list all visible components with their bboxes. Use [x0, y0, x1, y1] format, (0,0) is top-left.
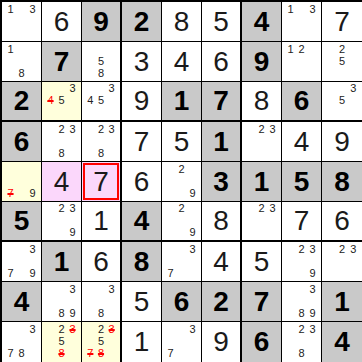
candidate-slot-empty [16, 15, 27, 27]
cell-r5c4[interactable]: 6 [122, 162, 162, 202]
given-digit: 8 [134, 248, 150, 276]
candidate-slot-empty [106, 307, 117, 319]
candidate-slot-empty [296, 27, 307, 39]
candidate-4: 4 [85, 95, 96, 107]
candidate-slot-empty [176, 348, 187, 360]
pencil-marks: 345 [42, 82, 81, 120]
cell-r5c3[interactable]: 7 [82, 162, 122, 202]
candidate-slot-empty [245, 215, 256, 227]
candidate-slot-empty [5, 243, 16, 255]
cell-r3c6[interactable]: 7 [202, 82, 242, 122]
candidate-slot-empty [96, 135, 107, 147]
candidate-slot-empty [336, 67, 347, 79]
candidate-slot-empty [245, 147, 256, 159]
candidate-5: 5 [336, 95, 347, 107]
cell-r2c6[interactable]: 6 [202, 42, 242, 82]
candidate-slot-empty [45, 323, 56, 335]
candidate-3: 3 [67, 123, 78, 135]
cell-r7c8[interactable]: 239 [282, 242, 322, 282]
cell-r6c9[interactable]: 6 [322, 202, 362, 242]
candidate-slot-empty [165, 255, 176, 267]
candidate-7-eliminated: 7 [5, 187, 16, 199]
candidate-slot-empty [296, 67, 307, 79]
given-digit: 5 [294, 168, 310, 196]
cell-r4c8[interactable]: 4 [282, 122, 322, 162]
cell-r5c8[interactable]: 5 [282, 162, 322, 202]
given-digit: 1 [54, 248, 70, 276]
candidate-2: 2 [56, 123, 67, 135]
cell-r2c9[interactable]: 25 [322, 42, 362, 82]
candidate-slot-empty [5, 163, 16, 175]
cell-r5c7[interactable]: 1 [242, 162, 282, 202]
candidate-slot-empty [325, 267, 336, 279]
pencil-marks: 2358 [42, 322, 81, 362]
candidate-slot-empty [5, 255, 16, 267]
cell-r9c9[interactable]: 4 [322, 322, 362, 362]
candidate-slot-empty [56, 135, 67, 147]
candidate-3: 3 [267, 123, 278, 135]
cell-r1c1[interactable]: 13 [2, 2, 42, 42]
candidate-slot-empty [56, 106, 67, 118]
candidate-7: 7 [165, 267, 176, 279]
candidate-2: 2 [176, 163, 187, 175]
cell-r7c7[interactable]: 5 [242, 242, 282, 282]
pencil-marks: 389 [282, 282, 321, 321]
cell-r4c9[interactable]: 9 [322, 122, 362, 162]
candidate-5: 5 [96, 95, 107, 107]
given-digit: 7 [254, 288, 270, 316]
cell-r3c4[interactable]: 9 [122, 82, 162, 122]
candidate-slot-empty [56, 226, 67, 238]
candidate-slot-empty [165, 215, 176, 227]
candidate-slot-empty [45, 307, 56, 319]
candidate-slot-empty [267, 135, 278, 147]
candidate-slot-empty [45, 123, 56, 135]
cell-r2c2[interactable]: 7 [42, 42, 82, 82]
candidate-slot-empty [285, 255, 296, 267]
candidate-2: 2 [176, 203, 187, 215]
cell-r2c7[interactable]: 9 [242, 42, 282, 82]
pencil-marks: 25 [322, 42, 362, 81]
cell-r5c5[interactable]: 29 [162, 162, 202, 202]
candidate-slot-empty [27, 255, 38, 267]
pencil-marks: 38 [82, 282, 120, 321]
candidate-slot-empty [307, 335, 318, 347]
pencil-marks: 13 [2, 2, 41, 41]
candidate-slot-empty [325, 55, 336, 67]
candidate-slot-empty [85, 283, 96, 295]
candidate-9: 9 [187, 226, 198, 238]
cell-r6c8[interactable]: 7 [282, 202, 322, 242]
pencil-marks: 29 [162, 202, 201, 240]
candidate-8: 8 [96, 147, 107, 159]
cell-r9c3[interactable]: 23578 [82, 322, 122, 362]
solved-digit: 1 [134, 328, 150, 356]
candidate-8: 8 [96, 307, 107, 319]
given-digit: 4 [334, 328, 350, 356]
candidate-slot-empty [67, 106, 78, 118]
candidate-slot-empty [187, 163, 198, 175]
candidate-slot-empty [67, 335, 78, 347]
cell-r9c8[interactable]: 238 [282, 322, 322, 362]
cell-r6c7[interactable]: 23 [242, 202, 282, 242]
cell-r3c2[interactable]: 345 [42, 82, 82, 122]
candidate-2: 2 [56, 203, 67, 215]
candidate-8: 8 [16, 348, 27, 360]
candidate-slot-empty [85, 123, 96, 135]
candidate-slot-empty [96, 283, 107, 295]
given-digit: 8 [334, 168, 350, 196]
cell-r7c4[interactable]: 8 [122, 242, 162, 282]
candidate-slot-empty [285, 67, 296, 79]
solved-digit: 3 [134, 48, 150, 76]
candidate-slot-empty [325, 106, 336, 118]
candidate-9: 9 [67, 226, 78, 238]
pencil-marks: 345 [82, 82, 120, 120]
given-digit: 6 [254, 328, 270, 356]
cell-r5c1[interactable]: 79 [2, 162, 42, 202]
given-digit: 9 [254, 48, 270, 76]
candidate-slot-empty [336, 106, 347, 118]
candidate-slot-empty [296, 295, 307, 307]
candidate-slot-empty [307, 55, 318, 67]
candidate-slot-empty [176, 175, 187, 187]
cell-r7c9[interactable]: 23 [322, 242, 362, 282]
given-digit: 4 [254, 8, 270, 36]
cell-r8c3[interactable]: 38 [82, 282, 122, 322]
cell-r5c2[interactable]: 4 [42, 162, 82, 202]
candidate-slot-empty [45, 335, 56, 347]
candidate-slot-empty [256, 226, 267, 238]
cell-r2c3[interactable]: 58 [82, 42, 122, 82]
candidate-8-eliminated: 8 [96, 348, 107, 360]
candidate-5: 5 [56, 95, 67, 107]
cell-r5c6[interactable]: 3 [202, 162, 242, 202]
candidate-2: 2 [96, 323, 107, 335]
candidate-8-eliminated: 8 [56, 348, 67, 360]
given-digit: 9 [93, 8, 109, 36]
candidate-slot-empty [307, 67, 318, 79]
candidate-1: 1 [285, 43, 296, 55]
solved-digit: 6 [54, 8, 70, 36]
cell-r9c2[interactable]: 2358 [42, 322, 82, 362]
candidate-slot-empty [285, 15, 296, 27]
candidate-slot-empty [307, 15, 318, 27]
cell-r4c3[interactable]: 238 [82, 122, 122, 162]
cell-r7c2[interactable]: 1 [42, 242, 82, 282]
pencil-marks: 79 [2, 162, 41, 201]
candidate-slot-empty [27, 175, 38, 187]
candidate-9: 9 [27, 187, 38, 199]
candidate-slot-empty [256, 135, 267, 147]
candidate-slot-empty [96, 43, 107, 55]
candidate-3-eliminated: 3 [67, 323, 78, 335]
candidate-slot-empty [5, 175, 16, 187]
candidate-9: 9 [67, 307, 78, 319]
cell-r1c3[interactable]: 9 [82, 2, 122, 42]
cell-r6c3[interactable]: 1 [82, 202, 122, 242]
candidate-slot-empty [245, 226, 256, 238]
candidate-slot-empty [106, 43, 117, 55]
cell-r9c1[interactable]: 378 [2, 322, 42, 362]
candidate-2: 2 [296, 323, 307, 335]
candidate-3-eliminated: 3 [106, 323, 117, 335]
cell-r3c1[interactable]: 2 [2, 82, 42, 122]
candidate-slot-empty [325, 255, 336, 267]
candidate-slot-empty [96, 295, 107, 307]
solved-digit: 5 [213, 8, 229, 36]
candidate-slot-empty [165, 243, 176, 255]
candidate-slot-empty [285, 307, 296, 319]
candidate-3: 3 [106, 283, 117, 295]
solved-digit: 7 [294, 207, 310, 235]
candidate-slot-empty [45, 203, 56, 215]
cell-r9c6[interactable]: 9 [202, 322, 242, 362]
candidate-slot-empty [16, 267, 27, 279]
cell-r1c8[interactable]: 13 [282, 2, 322, 42]
cell-r9c4[interactable]: 1 [122, 322, 162, 362]
given-digit: 2 [134, 8, 150, 36]
pencil-marks: 239 [42, 202, 81, 240]
cell-r9c7[interactable]: 6 [242, 322, 282, 362]
candidate-slot-empty [106, 147, 117, 159]
cell-r8c9[interactable]: 1 [322, 282, 362, 322]
solved-digit: 7 [334, 8, 350, 36]
solved-digit: 4 [174, 48, 190, 76]
candidate-slot-empty [187, 255, 198, 267]
cell-r1c2[interactable]: 6 [42, 2, 82, 42]
candidate-4-eliminated: 4 [45, 95, 56, 107]
solved-digit: 5 [134, 288, 150, 316]
candidate-slot-empty [106, 106, 117, 118]
candidate-3: 3 [187, 323, 198, 335]
cell-r2c5[interactable]: 4 [162, 42, 202, 82]
candidate-slot-empty [307, 348, 318, 360]
candidate-1: 1 [5, 43, 16, 55]
candidate-slot-empty [45, 226, 56, 238]
candidate-slot-empty [45, 295, 56, 307]
candidate-slot-empty [176, 255, 187, 267]
cell-r5c9[interactable]: 8 [322, 162, 362, 202]
cell-r4c4[interactable]: 7 [122, 122, 162, 162]
cell-r4c2[interactable]: 238 [42, 122, 82, 162]
candidate-slot-empty [16, 335, 27, 347]
given-digit: 6 [14, 128, 30, 156]
candidate-slot-empty [165, 175, 176, 187]
candidate-slot-empty [85, 323, 96, 335]
candidate-slot-empty [16, 175, 27, 187]
candidate-slot-empty [106, 67, 117, 79]
cell-r8c5[interactable]: 6 [162, 282, 202, 322]
candidate-slot-empty [5, 323, 16, 335]
candidate-slot-empty [348, 67, 359, 79]
cell-r4c6[interactable]: 1 [202, 122, 242, 162]
candidate-slot-empty [256, 147, 267, 159]
pencil-marks: 238 [82, 122, 120, 161]
candidate-slot-empty [325, 243, 336, 255]
candidate-slot-empty [85, 83, 96, 95]
candidate-slot-empty [325, 95, 336, 107]
cell-r2c1[interactable]: 18 [2, 42, 42, 82]
candidate-slot-empty [27, 348, 38, 360]
candidate-slot-empty [56, 83, 67, 95]
candidate-slot-empty [176, 335, 187, 347]
candidate-slot-empty [67, 95, 78, 107]
candidate-3: 3 [348, 83, 359, 95]
candidate-8: 8 [16, 67, 27, 79]
cell-r3c8[interactable]: 6 [282, 82, 322, 122]
candidate-2: 2 [296, 243, 307, 255]
cell-r1c6[interactable]: 5 [202, 2, 242, 42]
candidate-slot-empty [5, 67, 16, 79]
cell-r7c5[interactable]: 37 [162, 242, 202, 282]
candidate-slot-empty [176, 187, 187, 199]
candidate-slot-empty [56, 283, 67, 295]
cell-r6c6[interactable]: 8 [202, 202, 242, 242]
given-digit: 1 [334, 288, 350, 316]
candidate-2: 2 [336, 43, 347, 55]
solved-digit: 6 [334, 207, 350, 235]
cell-r7c3[interactable]: 6 [82, 242, 122, 282]
candidate-slot-empty [285, 323, 296, 335]
cell-r1c5[interactable]: 8 [162, 2, 202, 42]
solved-digit: 4 [213, 248, 229, 276]
candidate-slot-empty [176, 215, 187, 227]
candidate-8: 8 [56, 147, 67, 159]
candidate-slot-empty [96, 83, 107, 95]
cell-r7c1[interactable]: 379 [2, 242, 42, 282]
candidate-3: 3 [106, 123, 117, 135]
solved-digit: 8 [254, 87, 270, 115]
cell-r4c1[interactable]: 6 [2, 122, 42, 162]
solved-digit: 9 [134, 87, 150, 115]
candidate-slot-empty [245, 203, 256, 215]
candidate-slot-empty [85, 135, 96, 147]
candidate-2: 2 [256, 203, 267, 215]
candidate-slot-empty [85, 335, 96, 347]
candidate-slot-empty [85, 55, 96, 67]
solved-digit: 7 [93, 168, 109, 196]
cell-r8c6[interactable]: 2 [202, 282, 242, 322]
cell-r3c7[interactable]: 8 [242, 82, 282, 122]
candidate-slot-empty [45, 348, 56, 360]
candidate-5: 5 [56, 335, 67, 347]
candidate-1: 1 [5, 3, 16, 15]
cell-r3c9[interactable]: 35 [322, 82, 362, 122]
candidate-slot-empty [285, 335, 296, 347]
candidate-slot-empty [348, 55, 359, 67]
solved-digit: 4 [54, 168, 70, 196]
cell-r2c8[interactable]: 12 [282, 42, 322, 82]
candidate-5: 5 [96, 55, 107, 67]
cell-r3c5[interactable]: 1 [162, 82, 202, 122]
candidate-8: 8 [296, 348, 307, 360]
cell-r8c2[interactable]: 389 [42, 282, 82, 322]
cell-r6c5[interactable]: 29 [162, 202, 202, 242]
candidate-3: 3 [27, 243, 38, 255]
cell-r6c1[interactable]: 5 [2, 202, 42, 242]
cell-r7c6[interactable]: 4 [202, 242, 242, 282]
candidate-slot-empty [67, 135, 78, 147]
pencil-marks: 23 [322, 242, 362, 281]
candidate-2: 2 [96, 123, 107, 135]
cell-r9c5[interactable]: 37 [162, 322, 202, 362]
cell-r4c5[interactable]: 5 [162, 122, 202, 162]
solved-digit: 5 [174, 128, 190, 156]
cell-r2c4[interactable]: 3 [122, 42, 162, 82]
solved-digit: 5 [254, 248, 270, 276]
given-digit: 2 [213, 288, 229, 316]
candidate-slot-empty [5, 27, 16, 39]
cell-r6c2[interactable]: 239 [42, 202, 82, 242]
candidate-5: 5 [96, 335, 107, 347]
candidate-1: 1 [285, 3, 296, 15]
pencil-marks: 389 [42, 282, 81, 321]
candidate-slot-empty [106, 335, 117, 347]
cell-r8c8[interactable]: 389 [282, 282, 322, 322]
cell-r4c7[interactable]: 23 [242, 122, 282, 162]
solved-digit: 8 [174, 8, 190, 36]
cell-r1c4[interactable]: 2 [122, 2, 162, 42]
candidate-slot-empty [16, 163, 27, 175]
candidate-slot-empty [5, 335, 16, 347]
candidate-slot-empty [325, 43, 336, 55]
solved-digit: 8 [213, 207, 229, 235]
candidate-slot-empty [67, 215, 78, 227]
cell-r8c1[interactable]: 4 [2, 282, 42, 322]
candidate-3: 3 [67, 283, 78, 295]
cell-r1c7[interactable]: 4 [242, 2, 282, 42]
candidate-7: 7 [5, 348, 16, 360]
candidate-slot-empty [307, 295, 318, 307]
cell-r6c4[interactable]: 4 [122, 202, 162, 242]
cell-r1c9[interactable]: 7 [322, 2, 362, 42]
candidate-slot-empty [187, 215, 198, 227]
candidate-slot-empty [16, 187, 27, 199]
cell-r8c4[interactable]: 5 [122, 282, 162, 322]
candidate-slot-empty [16, 55, 27, 67]
cell-r3c3[interactable]: 345 [82, 82, 122, 122]
candidate-3: 3 [27, 323, 38, 335]
pencil-marks: 238 [282, 322, 321, 362]
pencil-marks: 238 [42, 122, 81, 161]
cell-r8c7[interactable]: 7 [242, 282, 282, 322]
candidate-slot-empty [296, 255, 307, 267]
candidate-slot-empty [85, 295, 96, 307]
candidate-slot-empty [296, 335, 307, 347]
candidate-3: 3 [67, 83, 78, 95]
candidate-slot-empty [267, 147, 278, 159]
candidate-slot-empty [16, 243, 27, 255]
candidate-slot-empty [176, 267, 187, 279]
solved-digit: 9 [334, 128, 350, 156]
given-digit: 3 [213, 168, 229, 196]
candidate-slot-empty [325, 83, 336, 95]
pencil-marks: 23 [242, 202, 281, 240]
candidate-slot-empty [348, 255, 359, 267]
candidate-5: 5 [336, 55, 347, 67]
given-digit: 6 [294, 87, 310, 115]
given-digit: 4 [14, 288, 30, 316]
given-digit: 6 [174, 288, 190, 316]
candidate-3: 3 [307, 243, 318, 255]
candidate-slot-empty [307, 27, 318, 39]
candidate-2: 2 [336, 243, 347, 255]
candidate-slot-empty [296, 3, 307, 15]
solved-digit: 6 [213, 48, 229, 76]
candidate-slot-empty [16, 255, 27, 267]
candidate-7: 7 [165, 348, 176, 360]
